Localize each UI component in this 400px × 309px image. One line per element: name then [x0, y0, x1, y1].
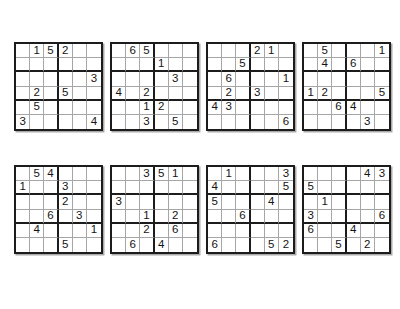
empty-cell-r6c6 — [183, 115, 197, 129]
given-cell-r2c4: 1 — [155, 58, 169, 72]
empty-cell-r3c2 — [30, 195, 44, 209]
given-cell-r4c1: 4 — [112, 87, 126, 101]
empty-cell-r4c5 — [361, 210, 375, 224]
given-cell-r2c6: 5 — [279, 181, 293, 195]
empty-cell-r5c6 — [375, 224, 389, 238]
empty-cell-r5c4 — [155, 224, 169, 238]
given-cell-r1c5: 1 — [265, 44, 279, 58]
given-cell-r5c4: 4 — [347, 224, 361, 238]
given-cell-r1c6: 1 — [375, 44, 389, 58]
given-cell-r4c5: 3 — [73, 210, 87, 224]
empty-cell-r1c4 — [155, 44, 169, 58]
empty-cell-r5c4 — [59, 224, 73, 238]
given-cell-r5c1: 4 — [208, 101, 222, 115]
given-cell-r2c1: 1 — [16, 181, 30, 195]
empty-cell-r6c2 — [30, 115, 44, 129]
empty-cell-r6c1 — [16, 238, 30, 252]
empty-cell-r1c2 — [318, 167, 332, 181]
empty-cell-r4c6 — [279, 87, 293, 101]
empty-cell-r4c6 — [183, 87, 197, 101]
empty-cell-r2c3 — [44, 181, 58, 195]
given-cell-r1c6: 3 — [375, 167, 389, 181]
given-cell-r4c4: 3 — [251, 87, 265, 101]
given-cell-r6c5: 3 — [361, 115, 375, 129]
empty-cell-r2c4 — [155, 181, 169, 195]
given-cell-r6c4: 4 — [155, 238, 169, 252]
empty-cell-r5c3 — [44, 101, 58, 115]
empty-cell-r6c3 — [236, 238, 250, 252]
empty-cell-r4c3 — [44, 87, 58, 101]
empty-cell-r4c2 — [126, 87, 140, 101]
sudoku-board-1: 152325534 — [14, 42, 103, 131]
empty-cell-r1c1 — [112, 44, 126, 58]
empty-cell-r6c5 — [265, 115, 279, 129]
given-cell-r2c2: 4 — [318, 58, 332, 72]
empty-cell-r3c2 — [126, 72, 140, 86]
given-cell-r5c1: 6 — [304, 224, 318, 238]
empty-cell-r6c4 — [251, 238, 265, 252]
empty-cell-r3c1 — [304, 195, 318, 209]
given-cell-r6c5: 2 — [361, 238, 375, 252]
given-cell-r6c2: 6 — [126, 238, 140, 252]
empty-cell-r5c5 — [361, 101, 375, 115]
given-cell-r6c3: 3 — [140, 115, 154, 129]
given-cell-r1c5: 1 — [169, 167, 183, 181]
empty-cell-r1c1 — [304, 44, 318, 58]
empty-cell-r3c5 — [169, 195, 183, 209]
empty-cell-r6c6 — [87, 238, 101, 252]
empty-cell-r2c4 — [251, 58, 265, 72]
empty-cell-r1c2 — [222, 44, 236, 58]
empty-cell-r1c4 — [251, 167, 265, 181]
empty-cell-r4c1 — [16, 87, 30, 101]
given-cell-r6c5: 5 — [265, 238, 279, 252]
empty-cell-r6c5 — [73, 115, 87, 129]
empty-cell-r5c1 — [112, 224, 126, 238]
empty-cell-r6c1 — [304, 115, 318, 129]
empty-cell-r1c5 — [73, 167, 87, 181]
empty-cell-r3c4 — [347, 72, 361, 86]
empty-cell-r1c4 — [59, 167, 73, 181]
empty-cell-r5c1 — [208, 224, 222, 238]
given-cell-r5c5: 6 — [169, 224, 183, 238]
given-cell-r6c1: 6 — [208, 238, 222, 252]
sudoku-board-8: 4351366452 — [302, 165, 391, 254]
empty-cell-r4c5 — [361, 87, 375, 101]
given-cell-r1c6: 3 — [279, 167, 293, 181]
given-cell-r4c3: 6 — [44, 210, 58, 224]
empty-cell-r2c2 — [222, 58, 236, 72]
empty-cell-r6c6 — [375, 238, 389, 252]
empty-cell-r4c4 — [347, 210, 361, 224]
empty-cell-r3c4 — [251, 72, 265, 86]
given-cell-r5c6: 1 — [87, 224, 101, 238]
empty-cell-r2c5 — [265, 181, 279, 195]
empty-cell-r4c2 — [222, 210, 236, 224]
empty-cell-r2c6 — [375, 181, 389, 195]
given-cell-r4c6: 5 — [375, 87, 389, 101]
empty-cell-r3c5 — [265, 72, 279, 86]
empty-cell-r5c6 — [87, 101, 101, 115]
empty-cell-r1c3 — [236, 44, 250, 58]
given-cell-r4c1: 1 — [304, 87, 318, 101]
given-cell-r5c2: 5 — [30, 101, 44, 115]
empty-cell-r3c2 — [318, 72, 332, 86]
empty-cell-r5c4 — [251, 224, 265, 238]
empty-cell-r2c2 — [318, 181, 332, 195]
empty-cell-r3c5 — [73, 195, 87, 209]
empty-cell-r2c6 — [279, 58, 293, 72]
empty-cell-r6c2 — [126, 115, 140, 129]
empty-cell-r4c2 — [30, 210, 44, 224]
empty-cell-r6c3 — [140, 238, 154, 252]
given-cell-r5c2: 3 — [222, 101, 236, 115]
given-cell-r1c4: 5 — [155, 167, 169, 181]
empty-cell-r2c5 — [169, 181, 183, 195]
empty-cell-r1c1 — [208, 44, 222, 58]
given-cell-r1c3: 5 — [44, 44, 58, 58]
given-cell-r4c2: 2 — [30, 87, 44, 101]
empty-cell-r2c2 — [30, 181, 44, 195]
empty-cell-r4c3 — [236, 87, 250, 101]
empty-cell-r4c6 — [183, 210, 197, 224]
given-cell-r2c4: 6 — [347, 58, 361, 72]
empty-cell-r5c2 — [222, 224, 236, 238]
given-cell-r3c4: 2 — [59, 195, 73, 209]
empty-cell-r6c3 — [332, 115, 346, 129]
given-cell-r4c5: 2 — [169, 210, 183, 224]
given-cell-r3c5: 3 — [169, 72, 183, 86]
boards-container: 1523255346513421235215612343651461256435… — [14, 42, 391, 254]
given-cell-r1c3: 5 — [140, 44, 154, 58]
empty-cell-r6c4 — [251, 115, 265, 129]
empty-cell-r5c1 — [112, 101, 126, 115]
empty-cell-r5c1 — [16, 224, 30, 238]
empty-cell-r1c5 — [361, 44, 375, 58]
empty-cell-r2c3 — [44, 58, 58, 72]
empty-cell-r2c1 — [112, 181, 126, 195]
empty-cell-r5c5 — [265, 224, 279, 238]
given-cell-r6c3: 5 — [332, 238, 346, 252]
empty-cell-r2c3 — [236, 181, 250, 195]
empty-cell-r6c2 — [222, 115, 236, 129]
given-cell-r3c2: 6 — [222, 72, 236, 86]
empty-cell-r3c3 — [332, 195, 346, 209]
empty-cell-r4c5 — [265, 87, 279, 101]
empty-cell-r4c1 — [16, 210, 30, 224]
empty-cell-r2c4 — [59, 58, 73, 72]
empty-cell-r6c5 — [73, 238, 87, 252]
empty-cell-r2c6 — [183, 58, 197, 72]
empty-cell-r6c4 — [347, 115, 361, 129]
empty-cell-r6c4 — [155, 115, 169, 129]
empty-cell-r6c3 — [44, 238, 58, 252]
empty-cell-r4c6 — [87, 87, 101, 101]
empty-cell-r2c5 — [265, 58, 279, 72]
given-cell-r4c3: 1 — [140, 210, 154, 224]
given-cell-r1c3: 3 — [140, 167, 154, 181]
empty-cell-r3c1 — [304, 72, 318, 86]
empty-cell-r2c5 — [361, 58, 375, 72]
empty-cell-r1c2 — [126, 167, 140, 181]
empty-cell-r4c4 — [155, 87, 169, 101]
empty-cell-r2c6 — [375, 58, 389, 72]
given-cell-r3c1: 3 — [112, 195, 126, 209]
empty-cell-r3c3 — [44, 72, 58, 86]
empty-cell-r2c3 — [140, 58, 154, 72]
empty-cell-r6c1 — [112, 115, 126, 129]
given-cell-r4c3: 6 — [236, 210, 250, 224]
empty-cell-r5c5 — [73, 224, 87, 238]
empty-cell-r6c2 — [318, 238, 332, 252]
given-cell-r2c1: 5 — [304, 181, 318, 195]
empty-cell-r1c4 — [347, 167, 361, 181]
given-cell-r1c2: 1 — [30, 44, 44, 58]
empty-cell-r4c4 — [347, 87, 361, 101]
given-cell-r5c3: 1 — [140, 101, 154, 115]
given-cell-r1c2: 5 — [318, 44, 332, 58]
empty-cell-r3c6 — [279, 195, 293, 209]
empty-cell-r1c3 — [332, 44, 346, 58]
empty-cell-r5c6 — [279, 224, 293, 238]
empty-cell-r1c6 — [183, 167, 197, 181]
empty-cell-r6c1 — [304, 238, 318, 252]
given-cell-r6c4: 5 — [59, 238, 73, 252]
empty-cell-r3c1 — [112, 72, 126, 86]
empty-cell-r5c3 — [332, 224, 346, 238]
empty-cell-r1c3 — [332, 167, 346, 181]
empty-cell-r5c2 — [126, 224, 140, 238]
empty-cell-r5c2 — [318, 101, 332, 115]
empty-cell-r2c2 — [222, 181, 236, 195]
empty-cell-r6c4 — [347, 238, 361, 252]
empty-cell-r1c1 — [208, 167, 222, 181]
empty-cell-r5c4 — [251, 101, 265, 115]
empty-cell-r2c4 — [251, 181, 265, 195]
empty-cell-r6c5 — [169, 238, 183, 252]
empty-cell-r5c3 — [236, 101, 250, 115]
empty-cell-r1c5 — [169, 44, 183, 58]
empty-cell-r6c6 — [375, 115, 389, 129]
sudoku-board-7: 1345546652 — [206, 165, 295, 254]
empty-cell-r2c6 — [183, 181, 197, 195]
given-cell-r1c2: 5 — [30, 167, 44, 181]
given-cell-r3c6: 3 — [87, 72, 101, 86]
empty-cell-r1c6 — [87, 167, 101, 181]
empty-cell-r5c5 — [265, 101, 279, 115]
empty-cell-r4c4 — [251, 210, 265, 224]
empty-cell-r6c3 — [236, 115, 250, 129]
empty-cell-r4c2 — [318, 210, 332, 224]
empty-cell-r3c1 — [208, 72, 222, 86]
empty-cell-r3c2 — [30, 72, 44, 86]
sudoku-puzzle-sheet: 1523255346513421235215612343651461256435… — [0, 0, 400, 309]
empty-cell-r3c2 — [222, 195, 236, 209]
empty-cell-r2c1 — [208, 58, 222, 72]
empty-cell-r1c6 — [279, 44, 293, 58]
sudoku-board-5: 5413263415 — [14, 165, 103, 254]
empty-cell-r3c3 — [236, 72, 250, 86]
empty-cell-r5c5 — [73, 101, 87, 115]
sudoku-board-4: 5146125643 — [302, 42, 391, 131]
empty-cell-r5c3 — [44, 224, 58, 238]
given-cell-r5c2: 4 — [30, 224, 44, 238]
given-cell-r1c2: 1 — [222, 167, 236, 181]
empty-cell-r1c6 — [183, 44, 197, 58]
given-cell-r1c3: 4 — [44, 167, 58, 181]
given-cell-r1c2: 6 — [126, 44, 140, 58]
empty-cell-r1c1 — [304, 167, 318, 181]
empty-cell-r5c6 — [183, 101, 197, 115]
empty-cell-r3c5 — [361, 72, 375, 86]
empty-cell-r5c2 — [318, 224, 332, 238]
given-cell-r4c6: 6 — [375, 210, 389, 224]
empty-cell-r6c2 — [222, 238, 236, 252]
given-cell-r1c5: 4 — [361, 167, 375, 181]
empty-cell-r5c4 — [59, 101, 73, 115]
empty-cell-r3c2 — [126, 195, 140, 209]
given-cell-r6c6: 6 — [279, 115, 293, 129]
empty-cell-r5c6 — [279, 101, 293, 115]
empty-cell-r1c1 — [16, 167, 30, 181]
empty-cell-r5c2 — [126, 101, 140, 115]
empty-cell-r6c4 — [59, 115, 73, 129]
given-cell-r5c3: 2 — [140, 224, 154, 238]
empty-cell-r3c1 — [16, 195, 30, 209]
empty-cell-r2c2 — [126, 58, 140, 72]
empty-cell-r6c6 — [183, 238, 197, 252]
empty-cell-r3c4 — [251, 195, 265, 209]
empty-cell-r1c1 — [16, 44, 30, 58]
empty-cell-r2c2 — [126, 181, 140, 195]
empty-cell-r3c6 — [183, 195, 197, 209]
given-cell-r3c5: 4 — [265, 195, 279, 209]
given-cell-r6c1: 3 — [16, 115, 30, 129]
given-cell-r2c3: 5 — [236, 58, 250, 72]
given-cell-r4c1: 3 — [304, 210, 318, 224]
given-cell-r4c2: 2 — [318, 87, 332, 101]
empty-cell-r2c5 — [361, 181, 375, 195]
empty-cell-r3c6 — [375, 72, 389, 86]
empty-cell-r2c2 — [30, 58, 44, 72]
empty-cell-r1c5 — [265, 167, 279, 181]
given-cell-r6c6: 2 — [279, 238, 293, 252]
empty-cell-r5c5 — [361, 224, 375, 238]
given-cell-r5c4: 2 — [155, 101, 169, 115]
empty-cell-r1c4 — [347, 44, 361, 58]
given-cell-r3c2: 1 — [318, 195, 332, 209]
empty-cell-r6c2 — [30, 238, 44, 252]
given-cell-r3c6: 1 — [279, 72, 293, 86]
empty-cell-r4c4 — [59, 210, 73, 224]
empty-cell-r4c1 — [112, 210, 126, 224]
given-cell-r1c4: 2 — [59, 44, 73, 58]
empty-cell-r3c3 — [236, 195, 250, 209]
given-cell-r6c6: 4 — [87, 115, 101, 129]
empty-cell-r4c6 — [279, 210, 293, 224]
sudoku-board-3: 2156123436 — [206, 42, 295, 131]
given-cell-r4c4: 5 — [59, 87, 73, 101]
empty-cell-r6c3 — [44, 115, 58, 129]
empty-cell-r2c5 — [73, 58, 87, 72]
empty-cell-r3c3 — [140, 72, 154, 86]
empty-cell-r1c5 — [73, 44, 87, 58]
empty-cell-r5c5 — [169, 101, 183, 115]
given-cell-r4c2: 2 — [222, 87, 236, 101]
empty-cell-r5c6 — [375, 101, 389, 115]
empty-cell-r3c6 — [183, 72, 197, 86]
empty-cell-r1c1 — [112, 167, 126, 181]
sudoku-board-2: 6513421235 — [110, 42, 199, 131]
given-cell-r1c4: 2 — [251, 44, 265, 58]
empty-cell-r2c6 — [87, 181, 101, 195]
empty-cell-r2c5 — [73, 181, 87, 195]
given-cell-r2c1: 4 — [208, 181, 222, 195]
empty-cell-r2c3 — [332, 181, 346, 195]
given-cell-r4c3: 2 — [140, 87, 154, 101]
empty-cell-r6c2 — [318, 115, 332, 129]
empty-cell-r2c1 — [16, 58, 30, 72]
empty-cell-r4c2 — [126, 210, 140, 224]
sudoku-board-6: 3513122664 — [110, 165, 199, 254]
given-cell-r6c5: 5 — [169, 115, 183, 129]
given-cell-r5c3: 6 — [332, 101, 346, 115]
given-cell-r2c4: 3 — [59, 181, 73, 195]
given-cell-r3c1: 5 — [208, 195, 222, 209]
empty-cell-r6c1 — [208, 115, 222, 129]
empty-cell-r3c4 — [59, 72, 73, 86]
empty-cell-r2c4 — [347, 181, 361, 195]
empty-cell-r5c1 — [16, 101, 30, 115]
empty-cell-r3c6 — [375, 195, 389, 209]
empty-cell-r4c5 — [265, 210, 279, 224]
empty-cell-r3c3 — [44, 195, 58, 209]
empty-cell-r3c5 — [361, 195, 375, 209]
empty-cell-r2c5 — [169, 58, 183, 72]
empty-cell-r2c1 — [112, 58, 126, 72]
empty-cell-r6c1 — [112, 238, 126, 252]
empty-cell-r3c4 — [347, 195, 361, 209]
empty-cell-r5c1 — [304, 101, 318, 115]
empty-cell-r4c3 — [332, 87, 346, 101]
empty-cell-r3c3 — [332, 72, 346, 86]
empty-cell-r4c5 — [169, 87, 183, 101]
empty-cell-r3c1 — [16, 72, 30, 86]
empty-cell-r4c4 — [155, 210, 169, 224]
empty-cell-r3c6 — [87, 195, 101, 209]
empty-cell-r1c3 — [236, 167, 250, 181]
empty-cell-r5c6 — [183, 224, 197, 238]
empty-cell-r2c1 — [304, 58, 318, 72]
empty-cell-r2c3 — [332, 58, 346, 72]
empty-cell-r2c6 — [87, 58, 101, 72]
empty-cell-r3c4 — [155, 72, 169, 86]
empty-cell-r1c6 — [87, 44, 101, 58]
empty-cell-r4c3 — [332, 210, 346, 224]
empty-cell-r3c5 — [73, 72, 87, 86]
empty-cell-r4c1 — [208, 87, 222, 101]
empty-cell-r3c3 — [140, 195, 154, 209]
empty-cell-r3c4 — [155, 195, 169, 209]
empty-cell-r4c1 — [208, 210, 222, 224]
given-cell-r5c4: 4 — [347, 101, 361, 115]
empty-cell-r4c5 — [73, 87, 87, 101]
empty-cell-r2c3 — [140, 181, 154, 195]
empty-cell-r5c3 — [236, 224, 250, 238]
empty-cell-r4c6 — [87, 210, 101, 224]
